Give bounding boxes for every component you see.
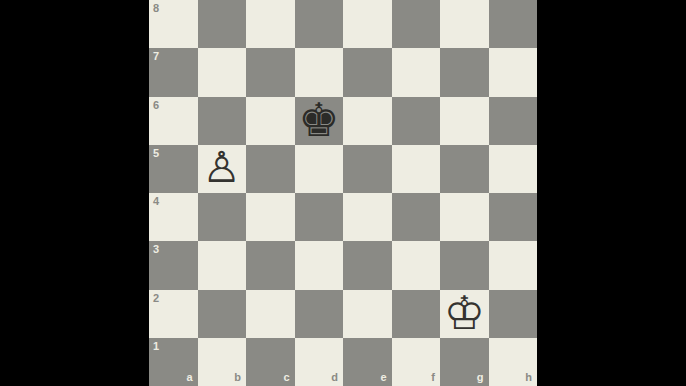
square-g1[interactable]: g	[440, 338, 489, 386]
square-d8[interactable]	[295, 0, 344, 48]
square-d6[interactable]: ♚	[295, 97, 344, 145]
square-e3[interactable]	[343, 241, 392, 289]
rank-label-5: 5	[153, 148, 159, 159]
rank-label-7: 7	[153, 51, 159, 62]
square-f1[interactable]: f	[392, 338, 441, 386]
square-f4[interactable]	[392, 193, 441, 241]
square-f3[interactable]	[392, 241, 441, 289]
square-b5[interactable]: ♙	[198, 145, 247, 193]
file-label-c: c	[283, 372, 289, 383]
square-h7[interactable]	[489, 48, 538, 96]
square-e4[interactable]	[343, 193, 392, 241]
square-e2[interactable]	[343, 290, 392, 338]
square-h5[interactable]	[489, 145, 538, 193]
square-e6[interactable]	[343, 97, 392, 145]
square-a7[interactable]: 7	[149, 48, 198, 96]
file-label-f: f	[431, 372, 435, 383]
chess-board: 876♚5♙432♔1abcdefgh	[149, 0, 537, 386]
square-d7[interactable]	[295, 48, 344, 96]
file-label-a: a	[186, 372, 192, 383]
file-label-b: b	[234, 372, 241, 383]
square-f6[interactable]	[392, 97, 441, 145]
square-c5[interactable]	[246, 145, 295, 193]
square-e1[interactable]: e	[343, 338, 392, 386]
square-g5[interactable]	[440, 145, 489, 193]
square-d3[interactable]	[295, 241, 344, 289]
square-b2[interactable]	[198, 290, 247, 338]
square-b7[interactable]	[198, 48, 247, 96]
square-a6[interactable]: 6	[149, 97, 198, 145]
file-label-g: g	[477, 372, 484, 383]
rank-label-1: 1	[153, 341, 159, 352]
square-c3[interactable]	[246, 241, 295, 289]
square-b4[interactable]	[198, 193, 247, 241]
square-a8[interactable]: 8	[149, 0, 198, 48]
square-a2[interactable]: 2	[149, 290, 198, 338]
square-h3[interactable]	[489, 241, 538, 289]
rank-label-3: 3	[153, 244, 159, 255]
rank-label-8: 8	[153, 3, 159, 14]
square-h2[interactable]	[489, 290, 538, 338]
square-d2[interactable]	[295, 290, 344, 338]
rank-label-4: 4	[153, 196, 159, 207]
square-e7[interactable]	[343, 48, 392, 96]
square-d5[interactable]	[295, 145, 344, 193]
square-c2[interactable]	[246, 290, 295, 338]
square-g2[interactable]: ♔	[440, 290, 489, 338]
square-d1[interactable]: d	[295, 338, 344, 386]
piece-white-pawn[interactable]: ♙	[198, 145, 247, 193]
square-g7[interactable]	[440, 48, 489, 96]
square-h4[interactable]	[489, 193, 538, 241]
square-f7[interactable]	[392, 48, 441, 96]
square-h1[interactable]: h	[489, 338, 538, 386]
square-a4[interactable]: 4	[149, 193, 198, 241]
square-a1[interactable]: 1a	[149, 338, 198, 386]
file-label-h: h	[525, 372, 532, 383]
square-e8[interactable]	[343, 0, 392, 48]
square-h6[interactable]	[489, 97, 538, 145]
square-b1[interactable]: b	[198, 338, 247, 386]
square-h8[interactable]	[489, 0, 538, 48]
square-a5[interactable]: 5	[149, 145, 198, 193]
square-a3[interactable]: 3	[149, 241, 198, 289]
square-g4[interactable]	[440, 193, 489, 241]
square-b8[interactable]	[198, 0, 247, 48]
square-f2[interactable]	[392, 290, 441, 338]
file-label-e: e	[380, 372, 386, 383]
rank-label-6: 6	[153, 100, 159, 111]
square-f8[interactable]	[392, 0, 441, 48]
square-b6[interactable]	[198, 97, 247, 145]
letterboxed-video-frame: 876♚5♙432♔1abcdefgh	[0, 0, 686, 386]
square-g8[interactable]	[440, 0, 489, 48]
square-c7[interactable]	[246, 48, 295, 96]
rank-label-2: 2	[153, 293, 159, 304]
square-e5[interactable]	[343, 145, 392, 193]
square-f5[interactable]	[392, 145, 441, 193]
square-c4[interactable]	[246, 193, 295, 241]
file-label-d: d	[331, 372, 338, 383]
square-d4[interactable]	[295, 193, 344, 241]
square-c1[interactable]: c	[246, 338, 295, 386]
piece-white-king[interactable]: ♔	[440, 290, 489, 338]
piece-black-king[interactable]: ♚	[295, 97, 344, 145]
square-g3[interactable]	[440, 241, 489, 289]
square-c8[interactable]	[246, 0, 295, 48]
square-b3[interactable]	[198, 241, 247, 289]
square-g6[interactable]	[440, 97, 489, 145]
square-c6[interactable]	[246, 97, 295, 145]
